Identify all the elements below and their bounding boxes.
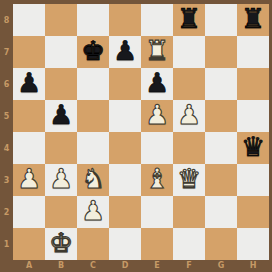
rank-label-4: 4 (0, 132, 13, 164)
square-b1[interactable]: ♚ (45, 228, 77, 260)
square-h4[interactable]: ♛ (237, 132, 269, 164)
rank-label-5: 5 (0, 100, 13, 132)
rank-label-2: 2 (0, 196, 13, 228)
square-d7[interactable]: ♟ (109, 36, 141, 68)
file-label-f: F (173, 259, 205, 272)
square-e7[interactable]: ♜ (141, 36, 173, 68)
square-h5[interactable] (237, 100, 269, 132)
square-a6[interactable]: ♟ (13, 68, 45, 100)
square-f6[interactable] (173, 68, 205, 100)
file-label-a: A (13, 259, 45, 272)
square-c8[interactable] (77, 4, 109, 36)
rank-label-3: 3 (0, 164, 13, 196)
square-d6[interactable] (109, 68, 141, 100)
square-e6[interactable]: ♟ (141, 68, 173, 100)
rank-label-8: 8 (0, 4, 13, 36)
square-h2[interactable] (237, 196, 269, 228)
square-b2[interactable] (45, 196, 77, 228)
square-a1[interactable] (13, 228, 45, 260)
rank-label-7: 7 (0, 36, 13, 68)
square-d3[interactable] (109, 164, 141, 196)
square-b8[interactable] (45, 4, 77, 36)
square-c4[interactable] (77, 132, 109, 164)
square-a4[interactable] (13, 132, 45, 164)
piece-black-queen[interactable]: ♛ (241, 132, 265, 163)
square-f1[interactable] (173, 228, 205, 260)
piece-white-queen[interactable]: ♛ (177, 164, 201, 195)
square-e8[interactable] (141, 4, 173, 36)
piece-white-pawn[interactable]: ♟ (177, 100, 201, 131)
piece-black-pawn[interactable]: ♟ (113, 36, 137, 67)
square-f4[interactable] (173, 132, 205, 164)
square-c5[interactable] (77, 100, 109, 132)
square-h1[interactable] (237, 228, 269, 260)
square-a5[interactable] (13, 100, 45, 132)
square-d2[interactable] (109, 196, 141, 228)
piece-white-pawn[interactable]: ♟ (17, 164, 41, 195)
piece-black-rook[interactable]: ♜ (177, 4, 201, 35)
square-g7[interactable] (205, 36, 237, 68)
square-e5[interactable]: ♟ (141, 100, 173, 132)
piece-black-rook[interactable]: ♜ (241, 4, 265, 35)
piece-black-pawn[interactable]: ♟ (145, 68, 169, 99)
piece-black-king[interactable]: ♚ (81, 36, 105, 67)
piece-white-pawn[interactable]: ♟ (145, 100, 169, 131)
square-g6[interactable] (205, 68, 237, 100)
file-label-c: C (77, 259, 109, 272)
file-label-d: D (109, 259, 141, 272)
file-label-g: G (205, 259, 237, 272)
piece-white-king[interactable]: ♚ (49, 228, 73, 259)
piece-white-rook[interactable]: ♜ (145, 36, 169, 67)
square-f7[interactable] (173, 36, 205, 68)
piece-white-pawn[interactable]: ♟ (81, 196, 105, 227)
square-e4[interactable] (141, 132, 173, 164)
chess-board-container: 87654321 ♜♜♚♟♜♟♟♟♟♟♛♟♟♞♝♛♟♚ ABCDEFGH (0, 0, 272, 272)
piece-black-pawn[interactable]: ♟ (17, 68, 41, 99)
file-label-b: B (45, 259, 77, 272)
file-labels: ABCDEFGH (13, 259, 269, 272)
square-a7[interactable] (13, 36, 45, 68)
square-h8[interactable]: ♜ (237, 4, 269, 36)
square-c6[interactable] (77, 68, 109, 100)
square-g1[interactable] (205, 228, 237, 260)
square-h6[interactable] (237, 68, 269, 100)
square-a8[interactable] (13, 4, 45, 36)
rank-label-6: 6 (0, 68, 13, 100)
square-h3[interactable] (237, 164, 269, 196)
square-c3[interactable]: ♞ (77, 164, 109, 196)
piece-white-bishop[interactable]: ♝ (145, 164, 169, 195)
square-g4[interactable] (205, 132, 237, 164)
square-f3[interactable]: ♛ (173, 164, 205, 196)
square-d4[interactable] (109, 132, 141, 164)
file-label-e: E (141, 259, 173, 272)
square-e1[interactable] (141, 228, 173, 260)
rank-label-1: 1 (0, 228, 13, 260)
square-c2[interactable]: ♟ (77, 196, 109, 228)
square-e2[interactable] (141, 196, 173, 228)
square-g5[interactable] (205, 100, 237, 132)
piece-white-pawn[interactable]: ♟ (49, 164, 73, 195)
square-d5[interactable] (109, 100, 141, 132)
piece-white-knight[interactable]: ♞ (81, 164, 105, 195)
square-g8[interactable] (205, 4, 237, 36)
square-e3[interactable]: ♝ (141, 164, 173, 196)
square-c7[interactable]: ♚ (77, 36, 109, 68)
square-f2[interactable] (173, 196, 205, 228)
square-d1[interactable] (109, 228, 141, 260)
square-b7[interactable] (45, 36, 77, 68)
square-h7[interactable] (237, 36, 269, 68)
square-c1[interactable] (77, 228, 109, 260)
square-f8[interactable]: ♜ (173, 4, 205, 36)
square-d8[interactable] (109, 4, 141, 36)
rank-labels: 87654321 (0, 4, 13, 260)
square-g2[interactable] (205, 196, 237, 228)
square-b5[interactable]: ♟ (45, 100, 77, 132)
file-label-h: H (237, 259, 269, 272)
square-a2[interactable] (13, 196, 45, 228)
square-b6[interactable] (45, 68, 77, 100)
piece-black-pawn[interactable]: ♟ (49, 100, 73, 131)
square-b4[interactable] (45, 132, 77, 164)
square-g3[interactable] (205, 164, 237, 196)
square-a3[interactable]: ♟ (13, 164, 45, 196)
square-b3[interactable]: ♟ (45, 164, 77, 196)
square-f5[interactable]: ♟ (173, 100, 205, 132)
chess-board[interactable]: ♜♜♚♟♜♟♟♟♟♟♛♟♟♞♝♛♟♚ (13, 4, 269, 260)
